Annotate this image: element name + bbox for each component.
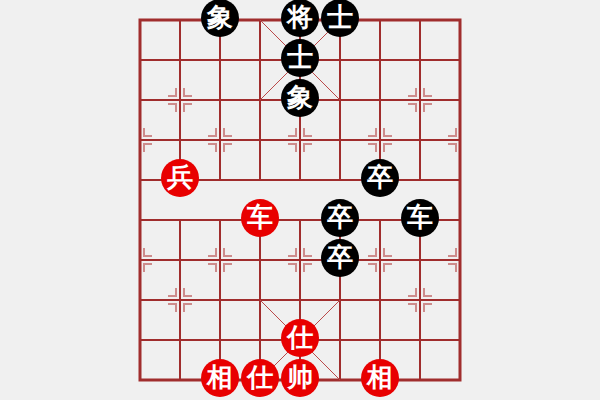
piece-black-general[interactable]: 将 <box>280 0 320 40</box>
red-chariot-glyph: 车 <box>241 199 279 237</box>
piece-black-elephant[interactable]: 象 <box>280 80 320 120</box>
xiangqi-board: 象将士士象兵卒车卒车卒仕相仕帅相 <box>140 20 460 380</box>
piece-red-chariot[interactable]: 车 <box>240 200 280 240</box>
piece-red-elephant[interactable]: 相 <box>200 360 240 400</box>
black-elephant-glyph: 象 <box>201 0 239 37</box>
piece-black-chariot[interactable]: 车 <box>400 200 440 240</box>
red-elephant-glyph: 相 <box>361 359 399 397</box>
red-soldier-glyph: 兵 <box>161 159 199 197</box>
red-elephant-glyph: 相 <box>201 359 239 397</box>
black-advisor-glyph: 士 <box>321 0 359 37</box>
piece-black-soldier[interactable]: 卒 <box>360 160 400 200</box>
black-chariot-glyph: 车 <box>401 199 439 237</box>
piece-black-elephant[interactable]: 象 <box>200 0 240 40</box>
pieces-grid: 象将士士象兵卒车卒车卒仕相仕帅相 <box>120 0 480 400</box>
piece-red-elephant[interactable]: 相 <box>360 360 400 400</box>
piece-black-advisor[interactable]: 士 <box>320 0 360 40</box>
piece-black-advisor[interactable]: 士 <box>280 40 320 80</box>
black-soldier-glyph: 卒 <box>361 159 399 197</box>
black-advisor-glyph: 士 <box>281 39 319 77</box>
piece-red-advisor[interactable]: 仕 <box>240 360 280 400</box>
red-general-glyph: 帅 <box>281 359 319 397</box>
piece-black-soldier[interactable]: 卒 <box>320 200 360 240</box>
black-soldier-glyph: 卒 <box>321 239 359 277</box>
piece-red-general[interactable]: 帅 <box>280 360 320 400</box>
red-advisor-glyph: 仕 <box>281 319 319 357</box>
piece-red-soldier[interactable]: 兵 <box>160 160 200 200</box>
piece-black-soldier[interactable]: 卒 <box>320 240 360 280</box>
black-soldier-glyph: 卒 <box>321 199 359 237</box>
black-general-glyph: 将 <box>281 0 319 37</box>
black-elephant-glyph: 象 <box>281 79 319 117</box>
red-advisor-glyph: 仕 <box>241 359 279 397</box>
piece-red-advisor[interactable]: 仕 <box>280 320 320 360</box>
